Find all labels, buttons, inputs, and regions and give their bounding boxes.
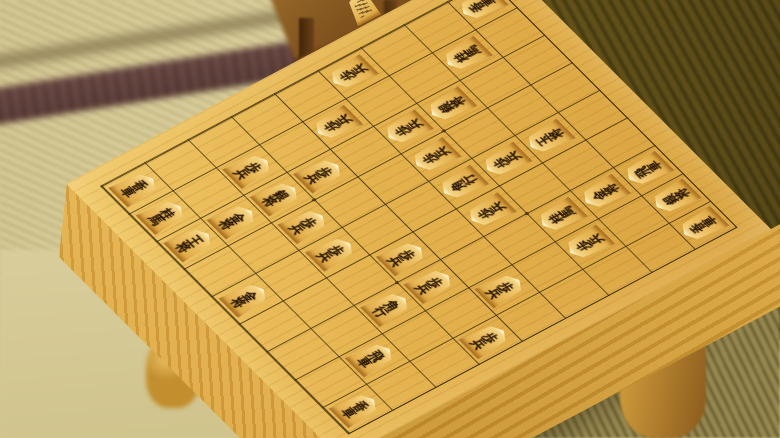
shogi-photo-scene: 香車桂馬王将金将香車金将飛車歩兵銀将歩兵歩兵角行歩兵歩兵歩兵歩兵歩兵歩兵歩兵歩兵… <box>0 0 780 438</box>
illegible-kanji-mark <box>353 0 372 18</box>
